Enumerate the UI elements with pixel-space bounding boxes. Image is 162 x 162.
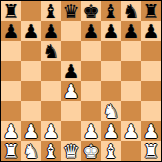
piece-black-king[interactable]: ♚	[82, 1, 99, 21]
piece-black-pawn[interactable]: ♟	[22, 21, 39, 41]
square-b5[interactable]	[21, 61, 41, 81]
square-f4[interactable]	[101, 81, 121, 101]
piece-black-rook[interactable]: ♜	[142, 1, 159, 21]
piece-black-pawn[interactable]: ♟	[2, 21, 19, 41]
square-a2[interactable]: ♟	[1, 121, 21, 141]
square-a3[interactable]	[1, 101, 21, 121]
square-f1[interactable]: ♝	[101, 141, 121, 161]
square-e8[interactable]: ♚	[81, 1, 101, 21]
square-f2[interactable]: ♟	[101, 121, 121, 141]
square-e2[interactable]: ♟	[81, 121, 101, 141]
piece-black-pawn[interactable]: ♟	[122, 21, 139, 41]
square-e1[interactable]: ♚	[81, 141, 101, 161]
square-d6[interactable]	[61, 41, 81, 61]
square-f5[interactable]	[101, 61, 121, 81]
piece-black-bishop[interactable]: ♝	[102, 1, 119, 21]
piece-white-pawn[interactable]: ♟	[122, 121, 139, 141]
piece-white-knight[interactable]: ♞	[102, 101, 119, 121]
piece-white-pawn[interactable]: ♟	[102, 121, 119, 141]
piece-white-pawn[interactable]: ♟	[2, 121, 19, 141]
piece-black-pawn[interactable]: ♟	[142, 21, 159, 41]
square-h6[interactable]	[141, 41, 161, 61]
piece-black-pawn[interactable]: ♟	[102, 21, 119, 41]
square-g3[interactable]	[121, 101, 141, 121]
piece-white-pawn[interactable]: ♟	[22, 121, 39, 141]
square-g7[interactable]: ♟	[121, 21, 141, 41]
square-g1[interactable]	[121, 141, 141, 161]
square-b8[interactable]	[21, 1, 41, 21]
square-h5[interactable]	[141, 61, 161, 81]
square-g4[interactable]	[121, 81, 141, 101]
square-d7[interactable]	[61, 21, 81, 41]
square-b6[interactable]	[21, 41, 41, 61]
square-b1[interactable]: ♞	[21, 141, 41, 161]
piece-white-knight[interactable]: ♞	[22, 141, 39, 161]
square-h4[interactable]	[141, 81, 161, 101]
square-d4[interactable]: ♟	[61, 81, 81, 101]
piece-white-king[interactable]: ♚	[82, 141, 99, 161]
piece-black-pawn[interactable]: ♟	[82, 21, 99, 41]
square-c3[interactable]	[41, 101, 61, 121]
piece-white-pawn[interactable]: ♟	[142, 121, 159, 141]
square-e3[interactable]	[81, 101, 101, 121]
square-g2[interactable]: ♟	[121, 121, 141, 141]
piece-white-pawn[interactable]: ♟	[82, 121, 99, 141]
square-c4[interactable]	[41, 81, 61, 101]
square-c6[interactable]: ♞	[41, 41, 61, 61]
square-d1[interactable]: ♛	[61, 141, 81, 161]
chess-board: ♜♝♛♚♝♞♜♟♟♟♟♟♟♟♞♟♟♞♟♟♟♟♟♟♟♜♞♝♛♚♝♜	[1, 1, 161, 161]
square-d3[interactable]	[61, 101, 81, 121]
piece-white-bishop[interactable]: ♝	[102, 141, 119, 161]
piece-white-queen[interactable]: ♛	[62, 141, 79, 161]
square-f7[interactable]: ♟	[101, 21, 121, 41]
square-h2[interactable]: ♟	[141, 121, 161, 141]
square-f3[interactable]: ♞	[101, 101, 121, 121]
square-h3[interactable]	[141, 101, 161, 121]
square-e6[interactable]	[81, 41, 101, 61]
square-d2[interactable]	[61, 121, 81, 141]
square-a6[interactable]	[1, 41, 21, 61]
square-c7[interactable]: ♟	[41, 21, 61, 41]
square-a8[interactable]: ♜	[1, 1, 21, 21]
square-b7[interactable]: ♟	[21, 21, 41, 41]
square-c1[interactable]: ♝	[41, 141, 61, 161]
square-e4[interactable]	[81, 81, 101, 101]
square-h1[interactable]: ♜	[141, 141, 161, 161]
piece-white-pawn[interactable]: ♟	[62, 81, 79, 101]
square-b4[interactable]	[21, 81, 41, 101]
piece-white-pawn[interactable]: ♟	[42, 121, 59, 141]
piece-black-rook[interactable]: ♜	[2, 1, 19, 21]
square-c5[interactable]	[41, 61, 61, 81]
piece-black-pawn[interactable]: ♟	[62, 61, 79, 81]
square-a1[interactable]: ♜	[1, 141, 21, 161]
piece-white-rook[interactable]: ♜	[142, 141, 159, 161]
piece-black-bishop[interactable]: ♝	[42, 1, 59, 21]
square-d8[interactable]: ♛	[61, 1, 81, 21]
square-c8[interactable]: ♝	[41, 1, 61, 21]
board-frame: ♜♝♛♚♝♞♜♟♟♟♟♟♟♟♞♟♟♞♟♟♟♟♟♟♟♜♞♝♛♚♝♜	[0, 0, 162, 162]
square-d5[interactable]: ♟	[61, 61, 81, 81]
piece-black-knight[interactable]: ♞	[122, 1, 139, 21]
square-h8[interactable]: ♜	[141, 1, 161, 21]
piece-white-rook[interactable]: ♜	[2, 141, 19, 161]
square-a7[interactable]: ♟	[1, 21, 21, 41]
square-a5[interactable]	[1, 61, 21, 81]
square-f8[interactable]: ♝	[101, 1, 121, 21]
square-b2[interactable]: ♟	[21, 121, 41, 141]
square-f6[interactable]	[101, 41, 121, 61]
square-g5[interactable]	[121, 61, 141, 81]
piece-white-bishop[interactable]: ♝	[42, 141, 59, 161]
square-g6[interactable]	[121, 41, 141, 61]
square-e5[interactable]	[81, 61, 101, 81]
square-e7[interactable]: ♟	[81, 21, 101, 41]
square-c2[interactable]: ♟	[41, 121, 61, 141]
piece-black-knight[interactable]: ♞	[42, 41, 59, 61]
piece-black-pawn[interactable]: ♟	[42, 21, 59, 41]
square-g8[interactable]: ♞	[121, 1, 141, 21]
square-b3[interactable]	[21, 101, 41, 121]
piece-black-queen[interactable]: ♛	[62, 1, 79, 21]
square-h7[interactable]: ♟	[141, 21, 161, 41]
square-a4[interactable]	[1, 81, 21, 101]
